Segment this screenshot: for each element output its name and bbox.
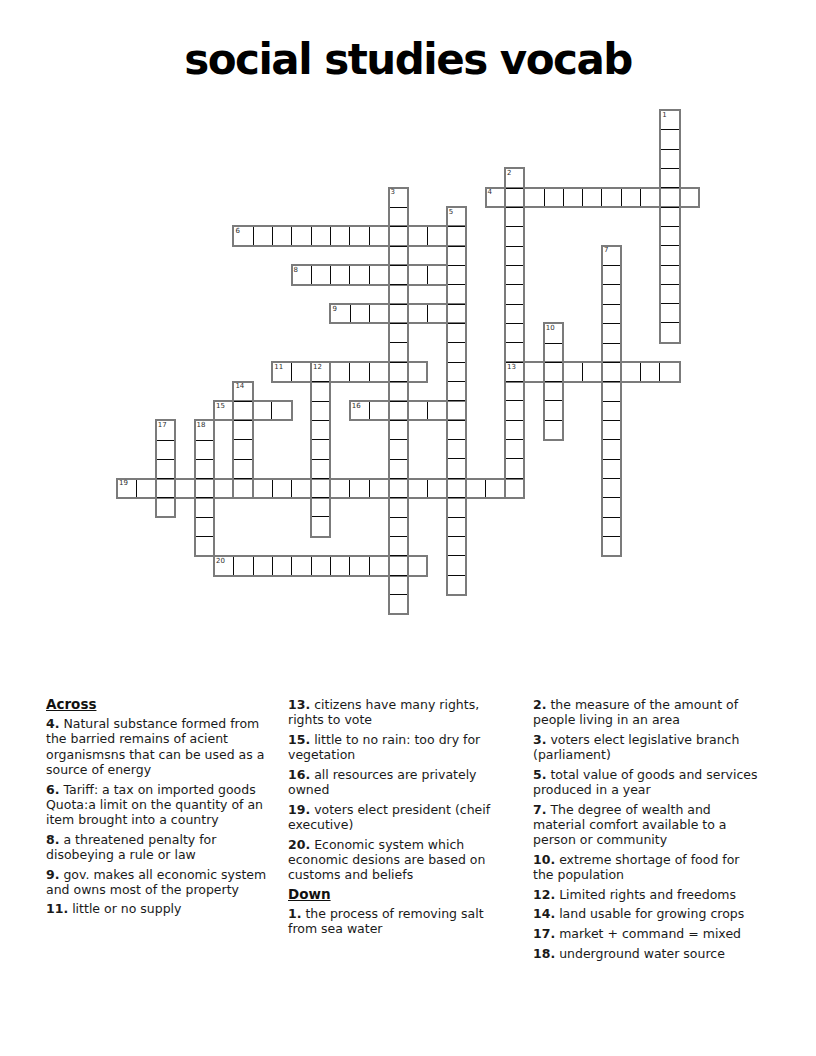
cell[interactable] [390, 363, 407, 382]
cell[interactable] [603, 247, 620, 266]
down-heading: Down [288, 887, 512, 902]
clue-number: 19. [288, 802, 310, 817]
cell[interactable] [234, 383, 251, 402]
cell[interactable] [428, 305, 447, 322]
cell[interactable] [545, 421, 562, 439]
cell[interactable] [350, 227, 369, 244]
cell[interactable] [196, 479, 213, 498]
clue-number: 14. [533, 906, 555, 921]
cell[interactable] [641, 189, 660, 206]
cell[interactable] [622, 363, 641, 380]
cell[interactable] [254, 557, 273, 574]
cell[interactable] [448, 305, 465, 324]
cell[interactable] [448, 343, 465, 362]
cell[interactable] [506, 343, 523, 362]
cell[interactable] [176, 480, 195, 497]
cell[interactable] [661, 150, 678, 169]
cell[interactable] [506, 285, 523, 304]
cell[interactable] [603, 402, 620, 421]
cell[interactable] [428, 480, 447, 497]
cell[interactable] [448, 227, 465, 246]
cell[interactable] [390, 537, 407, 556]
cell[interactable] [661, 130, 678, 149]
cell[interactable] [583, 363, 602, 380]
cell[interactable] [603, 363, 620, 382]
cell[interactable] [234, 440, 251, 459]
cell[interactable] [448, 479, 465, 498]
cell[interactable] [448, 208, 465, 227]
word-1-down [659, 109, 680, 344]
cell[interactable] [215, 402, 234, 419]
cell[interactable] [157, 498, 174, 516]
clue-17-down: 17. market + command = mixed [533, 926, 761, 941]
cell[interactable] [331, 266, 350, 283]
clue-13-across: 13. citizens have many rights, rights to… [288, 697, 512, 727]
cell[interactable] [603, 479, 620, 498]
cell[interactable] [506, 421, 523, 440]
cell[interactable] [564, 363, 583, 380]
cell[interactable] [350, 557, 369, 574]
cell[interactable] [603, 382, 620, 401]
cell[interactable] [312, 382, 329, 401]
cell[interactable] [603, 460, 620, 479]
cell[interactable] [350, 363, 369, 380]
cell[interactable] [312, 557, 331, 574]
cell[interactable] [390, 440, 407, 459]
word-18-down [194, 419, 215, 557]
crossword-board: 4689111315161920123571012141718 [117, 110, 701, 616]
cell[interactable] [234, 421, 251, 440]
cell[interactable] [506, 169, 523, 188]
clue-8-across: 8. a threatened penalty for disobeying a… [46, 832, 268, 862]
clue-number: 13. [288, 697, 310, 712]
cell[interactable] [506, 459, 523, 478]
cell[interactable] [273, 557, 292, 574]
cell[interactable] [525, 363, 544, 380]
clue-number: 7. [533, 802, 546, 817]
cell[interactable] [390, 402, 407, 421]
cell[interactable] [448, 382, 465, 401]
cell[interactable] [428, 402, 447, 419]
cell[interactable] [448, 324, 465, 343]
clue-number: 4. [46, 716, 59, 731]
clue-number: 12. [533, 887, 555, 902]
cell[interactable] [545, 324, 562, 343]
cell[interactable] [661, 266, 678, 285]
cell[interactable] [273, 480, 292, 497]
cell[interactable] [312, 227, 331, 244]
cell[interactable] [448, 518, 465, 537]
clue-number: 18. [533, 946, 555, 961]
cell[interactable] [545, 401, 562, 420]
cell[interactable] [506, 189, 523, 208]
cell[interactable] [448, 266, 465, 285]
cell[interactable] [234, 227, 253, 244]
cell[interactable] [506, 305, 523, 324]
word-8-across [291, 264, 448, 285]
cell[interactable] [351, 402, 370, 419]
cell[interactable] [545, 189, 564, 206]
cell[interactable] [603, 344, 620, 363]
cell[interactable] [196, 460, 213, 479]
cell[interactable] [312, 460, 329, 479]
cell[interactable] [603, 498, 620, 517]
cell[interactable] [448, 363, 465, 382]
cell[interactable] [272, 402, 290, 419]
cell[interactable] [545, 382, 562, 401]
cell[interactable] [312, 402, 329, 421]
cell[interactable] [312, 498, 329, 517]
cell[interactable] [331, 227, 350, 244]
cell[interactable] [661, 188, 678, 207]
cell[interactable] [312, 266, 331, 283]
cell[interactable] [506, 440, 523, 459]
cell[interactable] [273, 363, 292, 380]
clue-number: 2. [533, 697, 546, 712]
cell[interactable] [273, 227, 292, 244]
cell[interactable] [390, 518, 407, 537]
clue-number: 5. [533, 767, 546, 782]
cell[interactable] [196, 421, 213, 440]
cell[interactable] [583, 189, 602, 206]
cell[interactable] [331, 305, 350, 322]
clue-15-across: 15. little to no rain: too dry for veget… [288, 732, 512, 762]
cell[interactable] [157, 479, 174, 498]
cell[interactable] [234, 479, 251, 497]
cell[interactable] [602, 189, 621, 206]
cell[interactable] [215, 480, 234, 497]
page-title: social studies vocab [0, 36, 816, 84]
cell[interactable] [603, 518, 620, 537]
cell[interactable] [234, 402, 251, 421]
cell[interactable] [408, 266, 427, 283]
cell[interactable] [448, 498, 465, 517]
cell[interactable] [254, 227, 273, 244]
cell[interactable] [292, 227, 311, 244]
cell[interactable] [370, 227, 389, 244]
cell[interactable] [370, 305, 389, 322]
cell[interactable] [370, 557, 389, 574]
cell[interactable] [390, 576, 407, 595]
cell[interactable] [409, 402, 428, 419]
word-7-down [601, 245, 622, 557]
cell[interactable] [506, 227, 523, 246]
word-12-down [310, 361, 331, 538]
cell[interactable] [312, 363, 329, 382]
cell[interactable] [408, 480, 427, 497]
cell[interactable] [196, 518, 213, 537]
cell[interactable] [506, 363, 523, 382]
cell[interactable] [293, 266, 312, 283]
cell[interactable] [390, 247, 407, 266]
cell[interactable] [448, 440, 465, 459]
cell[interactable] [331, 480, 350, 497]
cell[interactable] [331, 363, 350, 380]
cell[interactable] [390, 189, 407, 208]
clue-18-down: 18. underground water source [533, 946, 761, 961]
cell[interactable] [390, 227, 407, 246]
cell[interactable] [370, 480, 389, 497]
cell[interactable] [603, 324, 620, 343]
clue-number: 16. [288, 767, 310, 782]
cell[interactable] [506, 382, 523, 401]
clue-4-across: 4. Natural substance formed from the bar… [46, 716, 268, 777]
word-2-down [504, 167, 525, 499]
cell[interactable] [506, 324, 523, 343]
cell[interactable] [312, 440, 329, 459]
cell[interactable] [234, 460, 251, 479]
cell[interactable] [312, 517, 329, 535]
cell[interactable] [622, 189, 641, 206]
clue-number: 6. [46, 782, 59, 797]
clue-number: 15. [288, 732, 310, 747]
clue-number: 1. [288, 906, 301, 921]
clue-number: 3. [533, 732, 546, 747]
cell[interactable] [448, 537, 465, 556]
cell[interactable] [408, 363, 426, 380]
cell[interactable] [661, 246, 678, 265]
cell[interactable] [350, 480, 369, 497]
cell[interactable] [603, 285, 620, 304]
cell[interactable] [331, 557, 350, 574]
cell[interactable] [196, 498, 213, 517]
cell[interactable] [545, 344, 562, 363]
clue-number: 11. [46, 901, 68, 916]
cell[interactable] [292, 363, 311, 380]
cell[interactable] [448, 556, 465, 575]
cell[interactable] [157, 441, 174, 460]
clue-10-down: 10. extreme shortage of food for the pop… [533, 852, 761, 882]
cell[interactable] [506, 479, 523, 497]
cell[interactable] [390, 595, 407, 613]
cell[interactable] [215, 557, 234, 574]
cell[interactable] [253, 402, 272, 419]
cell[interactable] [506, 208, 523, 227]
cell[interactable] [466, 480, 485, 497]
word-3-down [388, 187, 409, 616]
clue-number: 20. [288, 837, 310, 852]
clue-number: 10. [533, 852, 555, 867]
cell[interactable] [428, 227, 447, 244]
cell[interactable] [157, 460, 174, 479]
word-13-across [504, 361, 681, 382]
clue-12-down: 12. Limited rights and freedoms [533, 887, 761, 902]
cell[interactable] [390, 266, 407, 285]
cell[interactable] [603, 537, 620, 555]
clue-number: 8. [46, 832, 59, 847]
cell[interactable] [545, 363, 562, 382]
cell[interactable] [390, 305, 407, 324]
cell[interactable] [506, 401, 523, 420]
cell[interactable] [661, 111, 678, 130]
clue-column-2: 13. citizens have many rights, rights to… [288, 697, 512, 941]
cell[interactable] [680, 189, 698, 206]
cell[interactable] [312, 421, 329, 440]
word-14-down [232, 381, 253, 499]
word-6-across [232, 225, 467, 246]
cell[interactable] [486, 480, 505, 497]
cell[interactable] [564, 189, 583, 206]
across-heading: Across [46, 697, 268, 712]
clue-number: 9. [46, 867, 59, 882]
cell[interactable] [234, 557, 253, 574]
cell[interactable] [661, 304, 678, 323]
cell[interactable] [370, 266, 389, 283]
clue-3-down: 3. voters elect legislative branch (parl… [533, 732, 761, 762]
cell[interactable] [370, 363, 389, 380]
cell[interactable] [350, 266, 369, 283]
clue-2-down: 2. the measure of the amount of people l… [533, 697, 761, 727]
cell[interactable] [390, 421, 407, 440]
cell[interactable] [196, 537, 213, 555]
clue-11-across: 11. little or no supply [46, 901, 268, 916]
cell[interactable] [661, 227, 678, 246]
cell[interactable] [661, 285, 678, 304]
cell[interactable] [390, 208, 407, 227]
cell[interactable] [390, 556, 407, 575]
cell[interactable] [428, 266, 446, 283]
clue-14-down: 14. land usable for growing crops [533, 906, 761, 921]
word-17-down [155, 419, 176, 518]
cell[interactable] [487, 189, 506, 206]
cell[interactable] [390, 479, 407, 498]
clue-20-across: 20. Economic system which economic desio… [288, 837, 512, 883]
cell[interactable] [448, 285, 465, 304]
cell[interactable] [312, 479, 329, 498]
cell[interactable] [390, 382, 407, 401]
cell[interactable] [408, 227, 427, 244]
cell[interactable] [118, 480, 137, 497]
clue-16-across: 16. all resources are privately owned [288, 767, 512, 797]
cell[interactable] [448, 421, 465, 440]
cell[interactable] [196, 441, 213, 460]
clue-19-across: 19. voters elect president (cheif execut… [288, 802, 512, 832]
clue-7-down: 7. The degree of wealth and material com… [533, 802, 761, 848]
cell[interactable] [661, 323, 678, 341]
cell[interactable] [448, 247, 465, 266]
clue-6-across: 6. Tariff: a tax on imported goods Quota… [46, 782, 268, 828]
cell[interactable] [525, 189, 544, 206]
cell[interactable] [603, 305, 620, 324]
cell[interactable] [408, 557, 426, 574]
word-5-down [446, 206, 467, 596]
cell[interactable] [506, 266, 523, 285]
word-10-down [543, 322, 564, 440]
cell[interactable] [370, 402, 389, 419]
cell[interactable] [390, 498, 407, 517]
clue-column-3: 2. the measure of the amount of people l… [533, 697, 761, 966]
cell[interactable] [661, 169, 678, 188]
cell[interactable] [390, 460, 407, 479]
cell[interactable] [641, 363, 660, 380]
cell[interactable] [292, 480, 311, 497]
cell[interactable] [390, 324, 407, 343]
cell[interactable] [506, 247, 523, 266]
clue-9-across: 9. gov. makes all economic system and ow… [46, 867, 268, 897]
cell[interactable] [408, 305, 427, 322]
cell[interactable] [661, 208, 678, 227]
cell[interactable] [448, 401, 465, 420]
clue-5-down: 5. total value of goods and services pro… [533, 767, 761, 797]
page: { "game": "crossword", "title": "social … [0, 0, 816, 1056]
cell[interactable] [351, 305, 370, 322]
cell[interactable] [390, 285, 407, 304]
cell[interactable] [603, 440, 620, 459]
cell[interactable] [603, 421, 620, 440]
cell[interactable] [660, 363, 678, 380]
cell[interactable] [254, 480, 273, 497]
clue-column-1: Across4. Natural substance formed from t… [46, 697, 268, 921]
clue-number: 17. [533, 926, 555, 941]
cell[interactable] [292, 557, 311, 574]
cell[interactable] [603, 266, 620, 285]
clue-1-down: 1. the process of removing salt from sea… [288, 906, 512, 936]
cell[interactable] [157, 421, 174, 440]
cell[interactable] [448, 576, 465, 594]
cell[interactable] [390, 343, 407, 362]
cell[interactable] [448, 459, 465, 478]
